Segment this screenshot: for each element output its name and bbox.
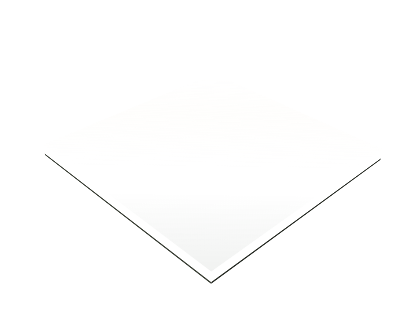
board-surface [43,74,382,272]
photo-canvas [0,0,416,312]
camera-tilt [0,0,416,312]
perspective-scene [0,0,416,312]
chess-board [43,74,382,272]
